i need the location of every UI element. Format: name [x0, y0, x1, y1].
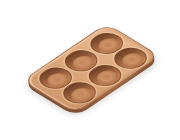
- muffin-cup-bottom: [117, 50, 148, 70]
- muffin-pan-top: [21, 23, 160, 114]
- product-photo-scene: [0, 0, 180, 140]
- muffin-cup-bottom: [66, 84, 97, 104]
- muffin-cup-bottom: [91, 67, 122, 87]
